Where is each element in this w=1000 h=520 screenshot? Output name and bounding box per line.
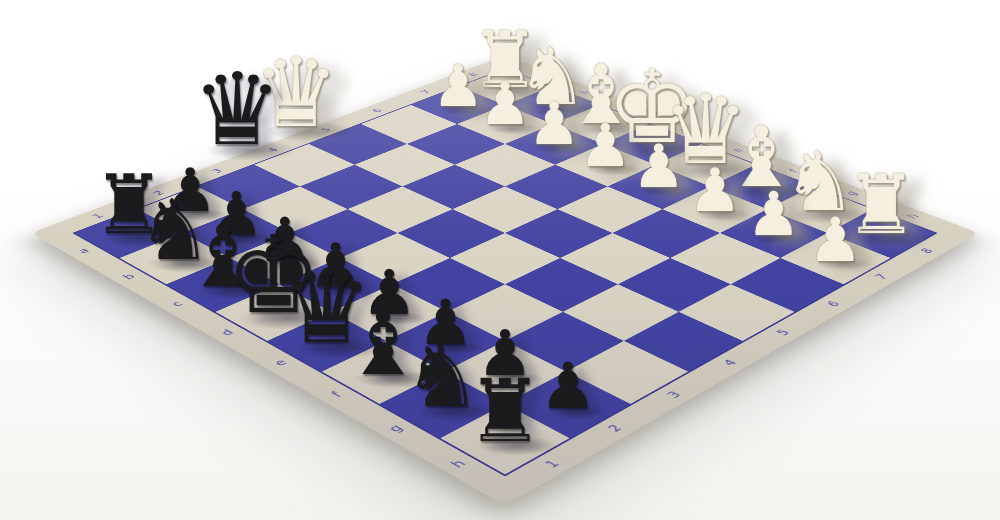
- rank-label-4-hfile: 4: [720, 358, 739, 367]
- file-label-g-far: g: [843, 190, 859, 197]
- rank-label-3-hfile: 3: [664, 389, 683, 399]
- rank-label-1-afile: 1: [90, 212, 105, 219]
- rank-label-2-afile: 2: [151, 190, 166, 197]
- rank-label-8-afile: 8: [466, 72, 480, 77]
- file-label-h-far: h: [904, 212, 921, 219]
- file-label-g-near: g: [386, 423, 405, 433]
- rank-label-7-hfile: 7: [872, 273, 890, 281]
- file-label-a-near: a: [76, 247, 92, 255]
- rank-label-5-afile: 5: [319, 127, 333, 133]
- file-label-e-far: e: [730, 147, 745, 153]
- file-label-h-near: h: [448, 458, 468, 469]
- rank-label-6-hfile: 6: [824, 300, 842, 308]
- rank-label-8-hfile: 8: [918, 247, 935, 255]
- file-label-b-near: b: [121, 273, 137, 281]
- chess-board: aabbccddeeffgghh1122334455667788: [31, 55, 979, 505]
- file-label-c-far: c: [626, 108, 640, 113]
- rank-label-7-afile: 7: [419, 89, 433, 94]
- file-label-c-near: c: [169, 300, 185, 308]
- file-label-a-far: a: [530, 72, 544, 77]
- file-label-f-far: f: [787, 168, 800, 173]
- rank-label-2-hfile: 2: [605, 423, 625, 433]
- rank-label-4-afile: 4: [265, 147, 280, 153]
- rank-label-6-afile: 6: [370, 108, 384, 114]
- file-label-d-near: d: [219, 328, 236, 337]
- rank-label-5-hfile: 5: [774, 328, 792, 337]
- file-label-b-far: b: [577, 89, 591, 94]
- board-squares-grid: [75, 69, 935, 474]
- file-label-d-far: d: [677, 127, 692, 133]
- rank-label-3-afile: 3: [209, 168, 224, 174]
- file-label-e-near: e: [271, 358, 289, 367]
- rank-label-1-hfile: 1: [542, 458, 562, 469]
- file-label-f-near: f: [329, 390, 344, 398]
- product-photo-scene: aabbccddeeffgghh1122334455667788 ♜♞♟♝♟♛♚…: [0, 0, 1000, 520]
